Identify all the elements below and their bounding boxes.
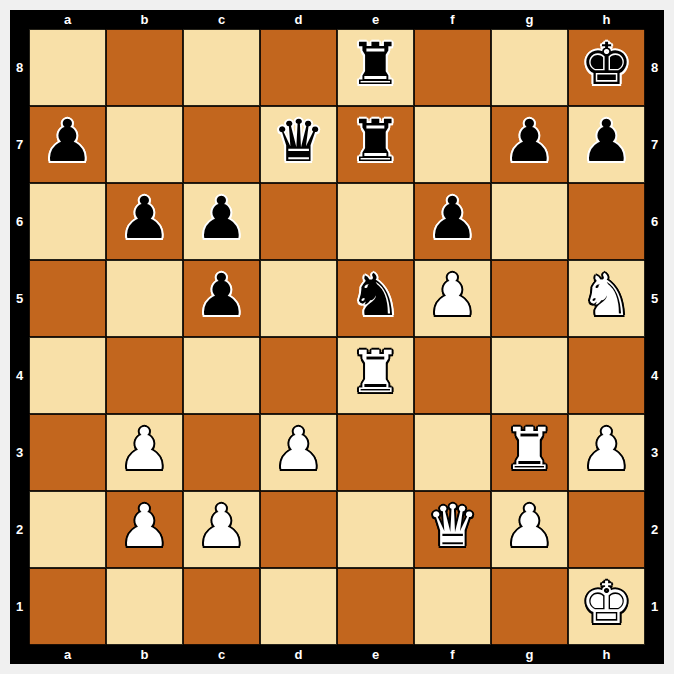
file-label-a: a [29, 10, 106, 29]
square-a5[interactable] [29, 260, 106, 337]
square-e7[interactable]: ♜ [337, 106, 414, 183]
rank-label-2: 2 [645, 491, 664, 568]
square-g2[interactable]: ♟ [491, 491, 568, 568]
file-label-e: e [337, 645, 414, 664]
square-c3[interactable] [183, 414, 260, 491]
square-f2[interactable]: ♛ [414, 491, 491, 568]
piece-white-rook[interactable]: ♜ [350, 334, 402, 411]
piece-black-pawn[interactable]: ♟ [196, 180, 248, 257]
square-e4[interactable]: ♜ [337, 337, 414, 414]
piece-white-pawn[interactable]: ♟ [273, 411, 325, 488]
rank-label-2: 2 [10, 491, 29, 568]
rank-label-5: 5 [10, 260, 29, 337]
square-c7[interactable] [183, 106, 260, 183]
file-label-a: a [29, 645, 106, 664]
rank-label-1: 1 [10, 568, 29, 645]
piece-black-pawn[interactable]: ♟ [42, 103, 94, 180]
square-d3[interactable]: ♟ [260, 414, 337, 491]
file-label-d: d [260, 645, 337, 664]
square-f7[interactable] [414, 106, 491, 183]
square-g5[interactable] [491, 260, 568, 337]
square-h3[interactable]: ♟ [568, 414, 645, 491]
square-a6[interactable] [29, 183, 106, 260]
square-e1[interactable] [337, 568, 414, 645]
file-label-b: b [106, 645, 183, 664]
square-f1[interactable] [414, 568, 491, 645]
piece-white-pawn[interactable]: ♟ [581, 411, 633, 488]
square-d1[interactable] [260, 568, 337, 645]
rank-labels-left: 87654321 [10, 29, 29, 645]
file-label-h: h [568, 645, 645, 664]
square-e5[interactable]: ♞ [337, 260, 414, 337]
piece-black-knight[interactable]: ♞ [350, 257, 402, 334]
square-a3[interactable] [29, 414, 106, 491]
square-g6[interactable] [491, 183, 568, 260]
square-a1[interactable] [29, 568, 106, 645]
rank-label-4: 4 [645, 337, 664, 414]
piece-white-queen[interactable]: ♛ [427, 488, 479, 565]
rank-label-3: 3 [10, 414, 29, 491]
square-f8[interactable] [414, 29, 491, 106]
rank-label-7: 7 [645, 106, 664, 183]
square-a8[interactable] [29, 29, 106, 106]
square-c1[interactable] [183, 568, 260, 645]
square-b8[interactable] [106, 29, 183, 106]
piece-white-pawn[interactable]: ♟ [427, 257, 479, 334]
piece-black-pawn[interactable]: ♟ [196, 257, 248, 334]
piece-white-pawn[interactable]: ♟ [504, 488, 556, 565]
square-d6[interactable] [260, 183, 337, 260]
piece-black-king[interactable]: ♚ [581, 26, 633, 103]
file-label-f: f [414, 10, 491, 29]
piece-white-pawn[interactable]: ♟ [119, 488, 171, 565]
square-b1[interactable] [106, 568, 183, 645]
square-d7[interactable]: ♛ [260, 106, 337, 183]
square-h7[interactable]: ♟ [568, 106, 645, 183]
square-g7[interactable]: ♟ [491, 106, 568, 183]
square-g1[interactable] [491, 568, 568, 645]
file-labels-bottom: abcdefgh [29, 645, 645, 664]
square-c4[interactable] [183, 337, 260, 414]
file-label-c: c [183, 10, 260, 29]
square-f3[interactable] [414, 414, 491, 491]
rank-labels-right: 87654321 [645, 29, 664, 645]
square-e2[interactable] [337, 491, 414, 568]
square-e8[interactable]: ♜ [337, 29, 414, 106]
square-b7[interactable] [106, 106, 183, 183]
rank-label-8: 8 [10, 29, 29, 106]
square-f6[interactable]: ♟ [414, 183, 491, 260]
piece-black-pawn[interactable]: ♟ [119, 180, 171, 257]
square-b2[interactable]: ♟ [106, 491, 183, 568]
square-e6[interactable] [337, 183, 414, 260]
piece-white-rook[interactable]: ♜ [504, 411, 556, 488]
square-c5[interactable]: ♟ [183, 260, 260, 337]
square-a4[interactable] [29, 337, 106, 414]
square-d5[interactable] [260, 260, 337, 337]
square-c2[interactable]: ♟ [183, 491, 260, 568]
rank-label-1: 1 [645, 568, 664, 645]
file-label-c: c [183, 645, 260, 664]
file-label-f: f [414, 645, 491, 664]
square-c6[interactable]: ♟ [183, 183, 260, 260]
piece-black-pawn[interactable]: ♟ [581, 103, 633, 180]
square-h6[interactable] [568, 183, 645, 260]
rank-label-3: 3 [645, 414, 664, 491]
square-h5[interactable]: ♞ [568, 260, 645, 337]
file-label-g: g [491, 10, 568, 29]
file-label-b: b [106, 10, 183, 29]
square-b5[interactable] [106, 260, 183, 337]
piece-black-queen[interactable]: ♛ [273, 103, 325, 180]
square-a7[interactable]: ♟ [29, 106, 106, 183]
square-g3[interactable]: ♜ [491, 414, 568, 491]
piece-white-pawn[interactable]: ♟ [196, 488, 248, 565]
file-label-d: d [260, 10, 337, 29]
square-d2[interactable] [260, 491, 337, 568]
square-h4[interactable] [568, 337, 645, 414]
rank-label-4: 4 [10, 337, 29, 414]
square-e3[interactable] [337, 414, 414, 491]
square-b3[interactable]: ♟ [106, 414, 183, 491]
square-b4[interactable] [106, 337, 183, 414]
square-g4[interactable] [491, 337, 568, 414]
square-d8[interactable] [260, 29, 337, 106]
square-f5[interactable]: ♟ [414, 260, 491, 337]
piece-white-knight[interactable]: ♞ [581, 257, 633, 334]
rank-label-7: 7 [10, 106, 29, 183]
rank-label-8: 8 [645, 29, 664, 106]
page-background: abcdefgh abcdefgh 87654321 87654321 ♜♚♟♛… [0, 0, 674, 674]
square-b6[interactable]: ♟ [106, 183, 183, 260]
piece-black-rook[interactable]: ♜ [350, 103, 402, 180]
file-label-g: g [491, 645, 568, 664]
board-frame: abcdefgh abcdefgh 87654321 87654321 ♜♚♟♛… [10, 10, 664, 664]
chess-board: ♜♚♟♛♜♟♟♟♟♟♟♞♟♞♜♟♟♜♟♟♟♛♟♚ [29, 29, 645, 645]
square-f4[interactable] [414, 337, 491, 414]
piece-black-pawn[interactable]: ♟ [427, 180, 479, 257]
piece-black-pawn[interactable]: ♟ [504, 103, 556, 180]
square-h1[interactable]: ♚ [568, 568, 645, 645]
square-h2[interactable] [568, 491, 645, 568]
file-labels-top: abcdefgh [29, 10, 645, 29]
piece-white-pawn[interactable]: ♟ [119, 411, 171, 488]
rank-label-6: 6 [10, 183, 29, 260]
square-g8[interactable] [491, 29, 568, 106]
square-h8[interactable]: ♚ [568, 29, 645, 106]
square-d4[interactable] [260, 337, 337, 414]
piece-black-rook[interactable]: ♜ [350, 26, 402, 103]
square-c8[interactable] [183, 29, 260, 106]
rank-label-5: 5 [645, 260, 664, 337]
piece-white-king[interactable]: ♚ [581, 565, 633, 642]
rank-label-6: 6 [645, 183, 664, 260]
square-a2[interactable] [29, 491, 106, 568]
